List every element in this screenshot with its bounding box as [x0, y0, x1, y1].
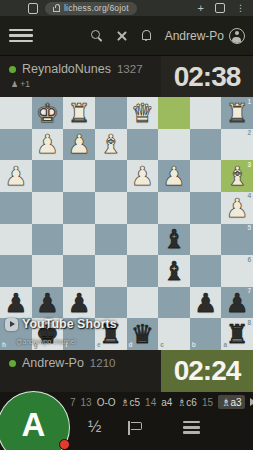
square-h4[interactable] — [0, 192, 32, 224]
hamburger-menu-icon[interactable] — [9, 29, 33, 43]
square-b3[interactable] — [190, 160, 222, 192]
square-f3[interactable] — [63, 160, 95, 192]
online-dot — [9, 66, 16, 73]
square-e1[interactable] — [95, 97, 127, 129]
screenshot-root: lichess.org/6ojot + ⋮ Andrew-Po Reynaldo… — [0, 0, 253, 450]
player-name[interactable]: Andrew-Po — [22, 356, 84, 370]
rank-label-3: 3 — [247, 162, 251, 169]
square-h2[interactable] — [0, 129, 32, 161]
opponent-name[interactable]: ReynaldoNunes — [22, 62, 111, 76]
player-rating: 1210 — [90, 357, 116, 369]
piece-white-pawn-h3[interactable]: ♟ — [0, 160, 32, 192]
move-number: 13 — [81, 397, 92, 408]
rank-label-5: 5 — [247, 225, 251, 232]
url-bar[interactable]: lichess.org/6ojot — [45, 2, 137, 15]
square-e5[interactable] — [95, 224, 127, 256]
online-dot — [9, 360, 16, 367]
square-f8[interactable]: f — [63, 318, 95, 350]
square-g7[interactable]: ♟ — [32, 287, 64, 319]
square-b5[interactable] — [190, 224, 222, 256]
square-c7[interactable] — [158, 287, 190, 319]
opponent-clock: 02:38 — [161, 56, 253, 98]
square-g4[interactable] — [32, 192, 64, 224]
square-g8[interactable]: ♚g — [32, 318, 64, 350]
square-c2[interactable] — [158, 129, 190, 161]
square-a2[interactable]: 2 — [221, 129, 253, 161]
rank-label-4: 4 — [247, 193, 251, 200]
square-c4[interactable] — [158, 192, 190, 224]
square-b7[interactable]: ♟ — [190, 287, 222, 319]
opponent-bar: ReynaldoNunes 1327 ♟ +1 02:38 — [0, 55, 253, 98]
square-h5[interactable] — [0, 224, 32, 256]
material-advantage: ♟ +1 — [11, 79, 161, 89]
move-number: 7 — [70, 397, 76, 408]
new-tab-icon[interactable]: + — [198, 3, 204, 13]
lock-icon — [53, 7, 60, 12]
square-c1[interactable] — [158, 97, 190, 129]
square-b2[interactable] — [190, 129, 222, 161]
move-list: 713O-O♗c514a4♗c615♗a3 — [70, 392, 253, 412]
move-item[interactable]: O-O — [97, 397, 116, 408]
move-number: 14 — [145, 397, 156, 408]
square-g2[interactable]: ♟ — [32, 129, 64, 161]
square-e2[interactable]: ♝ — [95, 129, 127, 161]
piece-white-king-g1[interactable]: ♚ — [32, 97, 64, 129]
browser-tab-icon[interactable] — [28, 3, 38, 14]
file-label-e: e — [97, 342, 101, 349]
piece-black-bishop-c5[interactable]: ♝ — [158, 224, 190, 256]
account-menu[interactable]: Andrew-Po — [165, 28, 245, 44]
square-a1[interactable]: ♜1 — [221, 97, 253, 129]
file-label-c: c — [160, 342, 164, 349]
search-icon[interactable] — [90, 29, 103, 42]
square-e4[interactable] — [95, 192, 127, 224]
square-c3[interactable]: ♟ — [158, 160, 190, 192]
piece-black-bishop-c6[interactable]: ♝ — [158, 255, 190, 287]
piece-white-bishop-e2[interactable]: ♝ — [95, 129, 127, 161]
file-label-g: g — [34, 342, 38, 349]
notification-dot — [59, 439, 70, 450]
square-e6[interactable] — [95, 255, 127, 287]
square-a4[interactable]: ♟4 — [221, 192, 253, 224]
square-h1[interactable] — [0, 97, 32, 129]
square-h7[interactable]: ♟ — [0, 287, 32, 319]
player-clock: 02:24 — [161, 350, 253, 392]
square-c6[interactable]: ♝ — [158, 255, 190, 287]
square-g3[interactable] — [32, 160, 64, 192]
site-header: Andrew-Po — [0, 16, 253, 55]
square-d8[interactable]: ♛d — [127, 318, 159, 350]
opponent-rating: 1327 — [117, 63, 143, 75]
square-b1[interactable] — [190, 97, 222, 129]
url-text: lichess.org/6ojot — [64, 3, 129, 13]
square-e7[interactable] — [95, 287, 127, 319]
piece-black-pawn-f7[interactable]: ♟ — [63, 287, 95, 319]
player-bar: Andrew-Po 1210 02:24 — [0, 350, 253, 392]
square-g1[interactable]: ♚ — [32, 97, 64, 129]
challenges-icon[interactable] — [116, 30, 128, 42]
square-d4[interactable] — [127, 192, 159, 224]
piece-black-pawn-b7[interactable]: ♟ — [190, 287, 222, 319]
square-d3[interactable]: ♟ — [127, 160, 159, 192]
square-d7[interactable] — [127, 287, 159, 319]
square-f2[interactable]: ♟ — [63, 129, 95, 161]
square-a8[interactable]: ♜8a — [221, 318, 253, 350]
square-e8[interactable]: ♜e — [95, 318, 127, 350]
square-d5[interactable] — [127, 224, 159, 256]
move-item[interactable]: ♗c6 — [177, 397, 197, 408]
piece-white-rook-f1[interactable]: ♜ — [63, 97, 95, 129]
tab-switcher-icon[interactable] — [215, 3, 225, 13]
avatar-letter: A — [22, 406, 46, 444]
square-e3[interactable] — [95, 160, 127, 192]
square-a7[interactable]: ♟7 — [221, 287, 253, 319]
piece-white-queen-d1[interactable]: ♛ — [127, 97, 159, 129]
square-a5[interactable]: 5 — [221, 224, 253, 256]
square-b8[interactable]: b — [190, 318, 222, 350]
square-f6[interactable] — [63, 255, 95, 287]
square-a6[interactable]: 6 — [221, 255, 253, 287]
square-h8[interactable]: h — [0, 318, 32, 350]
file-label-f: f — [65, 342, 67, 349]
square-c5[interactable]: ♝ — [158, 224, 190, 256]
rank-label-7: 7 — [247, 288, 251, 295]
square-c8[interactable]: c — [158, 318, 190, 350]
rank-label-1: 1 — [247, 99, 251, 106]
piece-white-pawn-c3[interactable]: ♟ — [158, 160, 190, 192]
square-f4[interactable] — [63, 192, 95, 224]
square-f1[interactable]: ♜ — [63, 97, 95, 129]
piece-white-pawn-g2[interactable]: ♟ — [32, 129, 64, 161]
square-a3[interactable]: ♝3 — [221, 160, 253, 192]
move-item[interactable]: a4 — [161, 397, 172, 408]
square-d2[interactable] — [127, 129, 159, 161]
user-avatar-icon — [229, 28, 245, 44]
file-label-d: d — [129, 342, 133, 349]
square-d6[interactable] — [127, 255, 159, 287]
piece-black-pawn-h7[interactable]: ♟ — [0, 287, 32, 319]
offer-draw-button[interactable]: ½ — [88, 418, 101, 436]
captured-pawn-icon: ♟ — [11, 80, 18, 89]
file-label-a: a — [223, 342, 227, 349]
resign-flag-icon[interactable] — [128, 421, 143, 435]
rank-label-6: 6 — [247, 257, 251, 264]
piece-black-pawn-g7[interactable]: ♟ — [32, 287, 64, 319]
game-menu-icon[interactable] — [183, 421, 200, 434]
square-g5[interactable] — [32, 224, 64, 256]
square-h6[interactable] — [0, 255, 32, 287]
move-number: 15 — [202, 397, 213, 408]
browser-menu-icon[interactable]: ⋮ — [236, 4, 245, 12]
piece-white-pawn-d3[interactable]: ♟ — [127, 160, 159, 192]
browser-bar: lichess.org/6ojot + ⋮ — [0, 0, 253, 16]
material-score: +1 — [20, 79, 30, 89]
square-d1[interactable]: ♛ — [127, 97, 159, 129]
file-label-b: b — [192, 342, 196, 349]
file-label-h: h — [2, 342, 6, 349]
square-h3[interactable]: ♟ — [0, 160, 32, 192]
piece-white-pawn-f2[interactable]: ♟ — [63, 129, 95, 161]
move-item[interactable]: ♗a3 — [218, 395, 245, 409]
account-username: Andrew-Po — [165, 29, 224, 43]
rank-label-8: 8 — [247, 320, 251, 327]
square-f5[interactable] — [63, 224, 95, 256]
square-b4[interactable] — [190, 192, 222, 224]
square-g6[interactable] — [32, 255, 64, 287]
rank-label-2: 2 — [247, 130, 251, 137]
move-item[interactable]: ♗c5 — [121, 397, 141, 408]
square-f7[interactable]: ♟ — [63, 287, 95, 319]
skip-to-end-icon[interactable] — [250, 398, 253, 407]
notifications-bell-icon[interactable] — [141, 30, 152, 42]
square-b6[interactable] — [190, 255, 222, 287]
board: ♚♜♛♜1♟♟♝2♟♟♟♝3♟4♝5♝6♟♟♟♟♟7h♚gf♜e♛dcb♜8a — [0, 97, 253, 350]
